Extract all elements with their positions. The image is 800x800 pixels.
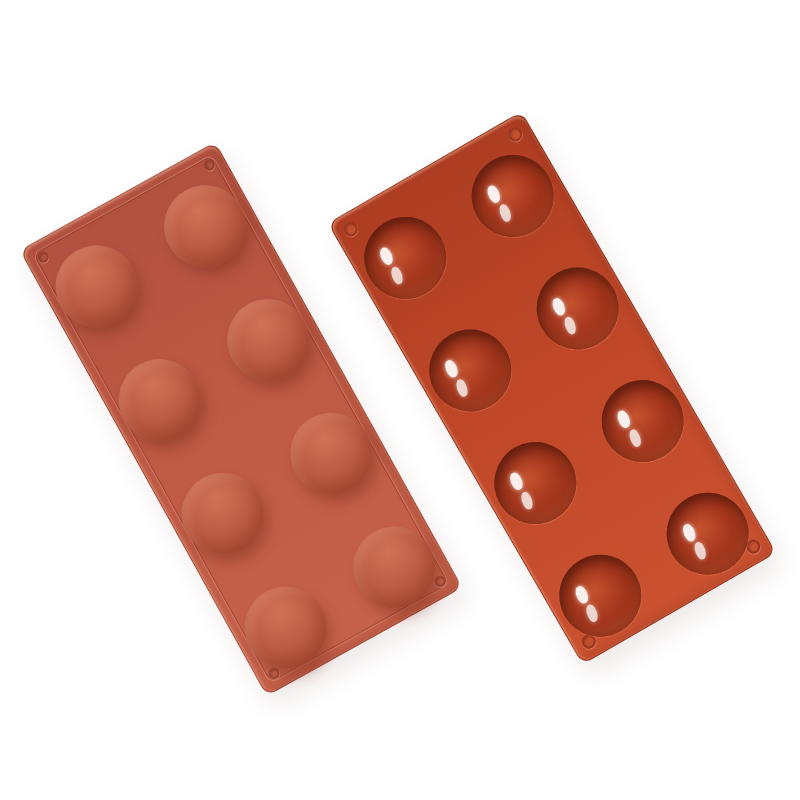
half-sphere-cavity [457, 140, 569, 252]
half-sphere-cavity [544, 540, 656, 652]
half-sphere-cavity [522, 253, 634, 365]
dome-bump [230, 572, 341, 683]
corner-pin-hole [201, 157, 216, 172]
specular-highlight [550, 297, 580, 338]
half-sphere-cavity [414, 315, 526, 427]
specular-highlight [485, 184, 515, 225]
dome-bump [213, 284, 324, 395]
dome-bump [167, 458, 278, 569]
product-photo [0, 0, 800, 800]
specular-highlight [377, 246, 407, 287]
half-sphere-cavity [349, 202, 461, 314]
specular-highlight [615, 409, 645, 450]
dome-bump [339, 512, 450, 623]
specular-highlight [572, 584, 602, 625]
dome-bump [104, 345, 215, 456]
corner-pin-hole [506, 125, 525, 144]
specular-highlight [507, 472, 537, 513]
half-sphere-cavity [479, 427, 591, 539]
specular-highlight [442, 359, 472, 400]
corner-pin-hole [341, 220, 360, 239]
dome-bump [41, 231, 152, 342]
specular-highlight [680, 522, 710, 563]
dome-bump [149, 171, 260, 282]
corner-pin-hole [35, 249, 50, 264]
half-sphere-cavity [587, 365, 699, 477]
half-sphere-cavity [652, 478, 764, 590]
dome-bump [276, 398, 387, 509]
